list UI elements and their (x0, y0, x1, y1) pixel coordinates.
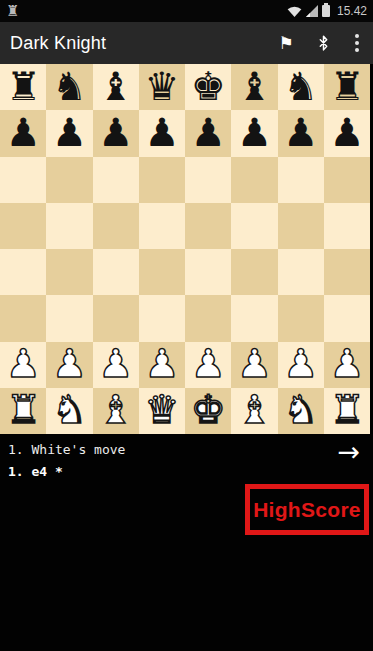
square-e3[interactable] (185, 295, 231, 341)
bluetooth-button[interactable] (318, 34, 329, 52)
square-d6[interactable] (139, 157, 185, 203)
square-h3[interactable] (324, 295, 370, 341)
piece-white-pawn: ♟ (237, 344, 272, 383)
square-f4[interactable] (231, 249, 277, 295)
square-a1[interactable]: ♜ (0, 388, 46, 434)
square-c1[interactable]: ♝ (93, 388, 139, 434)
flag-icon: ⚑ (279, 35, 294, 52)
square-d5[interactable] (139, 203, 185, 249)
square-c5[interactable] (93, 203, 139, 249)
square-e2[interactable]: ♟ (185, 342, 231, 388)
square-g7[interactable]: ♟ (278, 110, 324, 156)
square-a3[interactable] (0, 295, 46, 341)
piece-black-king: ♚ (191, 67, 226, 106)
piece-black-knight: ♞ (52, 67, 87, 106)
square-a7[interactable]: ♟ (0, 110, 46, 156)
piece-white-pawn: ♟ (191, 344, 226, 383)
square-b8[interactable]: ♞ (46, 64, 92, 110)
piece-white-queen: ♛ (144, 390, 179, 429)
piece-white-pawn: ♟ (6, 344, 41, 383)
square-f3[interactable] (231, 295, 277, 341)
square-g8[interactable]: ♞ (278, 64, 324, 110)
square-h1[interactable]: ♜ (324, 388, 370, 434)
piece-white-pawn: ♟ (52, 344, 87, 383)
square-h7[interactable]: ♟ (324, 110, 370, 156)
square-a6[interactable] (0, 157, 46, 203)
square-b1[interactable]: ♞ (46, 388, 92, 434)
cell-signal-icon (306, 5, 318, 17)
square-h6[interactable] (324, 157, 370, 203)
square-d3[interactable] (139, 295, 185, 341)
piece-white-pawn: ♟ (329, 344, 364, 383)
piece-white-pawn: ♟ (98, 344, 133, 383)
square-e5[interactable] (185, 203, 231, 249)
square-c2[interactable]: ♟ (93, 342, 139, 388)
piece-white-knight: ♞ (52, 390, 87, 429)
piece-black-pawn: ♟ (283, 113, 318, 152)
piece-black-pawn: ♟ (98, 113, 133, 152)
square-c6[interactable] (93, 157, 139, 203)
battery-icon (322, 5, 330, 17)
square-g2[interactable]: ♟ (278, 342, 324, 388)
app-bar: Dark Knight ⚑ (0, 22, 373, 64)
piece-black-pawn: ♟ (52, 113, 87, 152)
square-c4[interactable] (93, 249, 139, 295)
move-panel: 1. White's move 1. e4 * → HighScore (0, 434, 373, 651)
square-d2[interactable]: ♟ (139, 342, 185, 388)
square-e7[interactable]: ♟ (185, 110, 231, 156)
square-d4[interactable] (139, 249, 185, 295)
square-h4[interactable] (324, 249, 370, 295)
forward-arrow-button[interactable]: → (337, 438, 360, 465)
square-a8[interactable]: ♜ (0, 64, 46, 110)
square-b4[interactable] (46, 249, 92, 295)
app-screen: ♜ 15.42 Dark Knight ⚑ (0, 0, 373, 651)
square-f6[interactable] (231, 157, 277, 203)
square-a5[interactable] (0, 203, 46, 249)
piece-black-pawn: ♟ (329, 113, 364, 152)
square-g3[interactable] (278, 295, 324, 341)
piece-white-rook: ♜ (329, 390, 364, 429)
square-g6[interactable] (278, 157, 324, 203)
square-g4[interactable] (278, 249, 324, 295)
piece-black-pawn: ♟ (144, 113, 179, 152)
piece-black-rook: ♜ (329, 67, 364, 106)
square-e1[interactable]: ♚ (185, 388, 231, 434)
square-b7[interactable]: ♟ (46, 110, 92, 156)
square-e6[interactable] (185, 157, 231, 203)
piece-black-pawn: ♟ (237, 113, 272, 152)
turn-status-text: 1. White's move (8, 442, 125, 457)
piece-black-rook: ♜ (6, 67, 41, 106)
app-title: Dark Knight (10, 33, 106, 54)
square-d8[interactable]: ♛ (139, 64, 185, 110)
square-e4[interactable] (185, 249, 231, 295)
square-g5[interactable] (278, 203, 324, 249)
square-b5[interactable] (46, 203, 92, 249)
piece-black-bishop: ♝ (98, 67, 133, 106)
square-b6[interactable] (46, 157, 92, 203)
piece-white-pawn: ♟ (144, 344, 179, 383)
piece-black-pawn: ♟ (6, 113, 41, 152)
square-g1[interactable]: ♞ (278, 388, 324, 434)
piece-black-bishop: ♝ (237, 67, 272, 106)
chess-rook-notification-icon: ♜ (6, 4, 19, 19)
overflow-menu-button[interactable] (353, 32, 361, 54)
piece-black-pawn: ♟ (191, 113, 226, 152)
square-h2[interactable]: ♟ (324, 342, 370, 388)
piece-white-rook: ♜ (6, 390, 41, 429)
square-f8[interactable]: ♝ (231, 64, 277, 110)
bluetooth-icon (318, 34, 329, 52)
square-a4[interactable] (0, 249, 46, 295)
move-list-text: 1. e4 * (8, 464, 63, 479)
square-f5[interactable] (231, 203, 277, 249)
piece-white-bishop: ♝ (98, 390, 133, 429)
square-c7[interactable]: ♟ (93, 110, 139, 156)
chess-board: ♜♞♝♛♚♝♞♜♟♟♟♟♟♟♟♟♟♟♟♟♟♟♟♟♜♞♝♛♚♝♞♜ (0, 64, 370, 434)
square-d7[interactable]: ♟ (139, 110, 185, 156)
status-bar: ♜ 15.42 (0, 0, 373, 22)
highscore-button[interactable]: HighScore (245, 484, 369, 535)
app-bar-actions: ⚑ (279, 32, 361, 54)
square-a2[interactable]: ♟ (0, 342, 46, 388)
square-f1[interactable]: ♝ (231, 388, 277, 434)
piece-white-knight: ♞ (283, 390, 318, 429)
square-c8[interactable]: ♝ (93, 64, 139, 110)
clock-time: 15.42 (337, 4, 367, 18)
piece-white-pawn: ♟ (283, 344, 318, 383)
piece-white-bishop: ♝ (237, 390, 272, 429)
square-f7[interactable]: ♟ (231, 110, 277, 156)
wifi-icon (287, 6, 302, 17)
square-c3[interactable] (93, 295, 139, 341)
square-b2[interactable]: ♟ (46, 342, 92, 388)
square-d1[interactable]: ♛ (139, 388, 185, 434)
square-b3[interactable] (46, 295, 92, 341)
overflow-menu-icon (353, 32, 361, 54)
square-h8[interactable]: ♜ (324, 64, 370, 110)
flag-button[interactable]: ⚑ (279, 35, 294, 52)
piece-white-king: ♚ (191, 390, 226, 429)
status-bar-right: 15.42 (287, 4, 367, 18)
piece-black-queen: ♛ (144, 67, 179, 106)
piece-black-knight: ♞ (283, 67, 318, 106)
square-e8[interactable]: ♚ (185, 64, 231, 110)
square-f2[interactable]: ♟ (231, 342, 277, 388)
square-h5[interactable] (324, 203, 370, 249)
